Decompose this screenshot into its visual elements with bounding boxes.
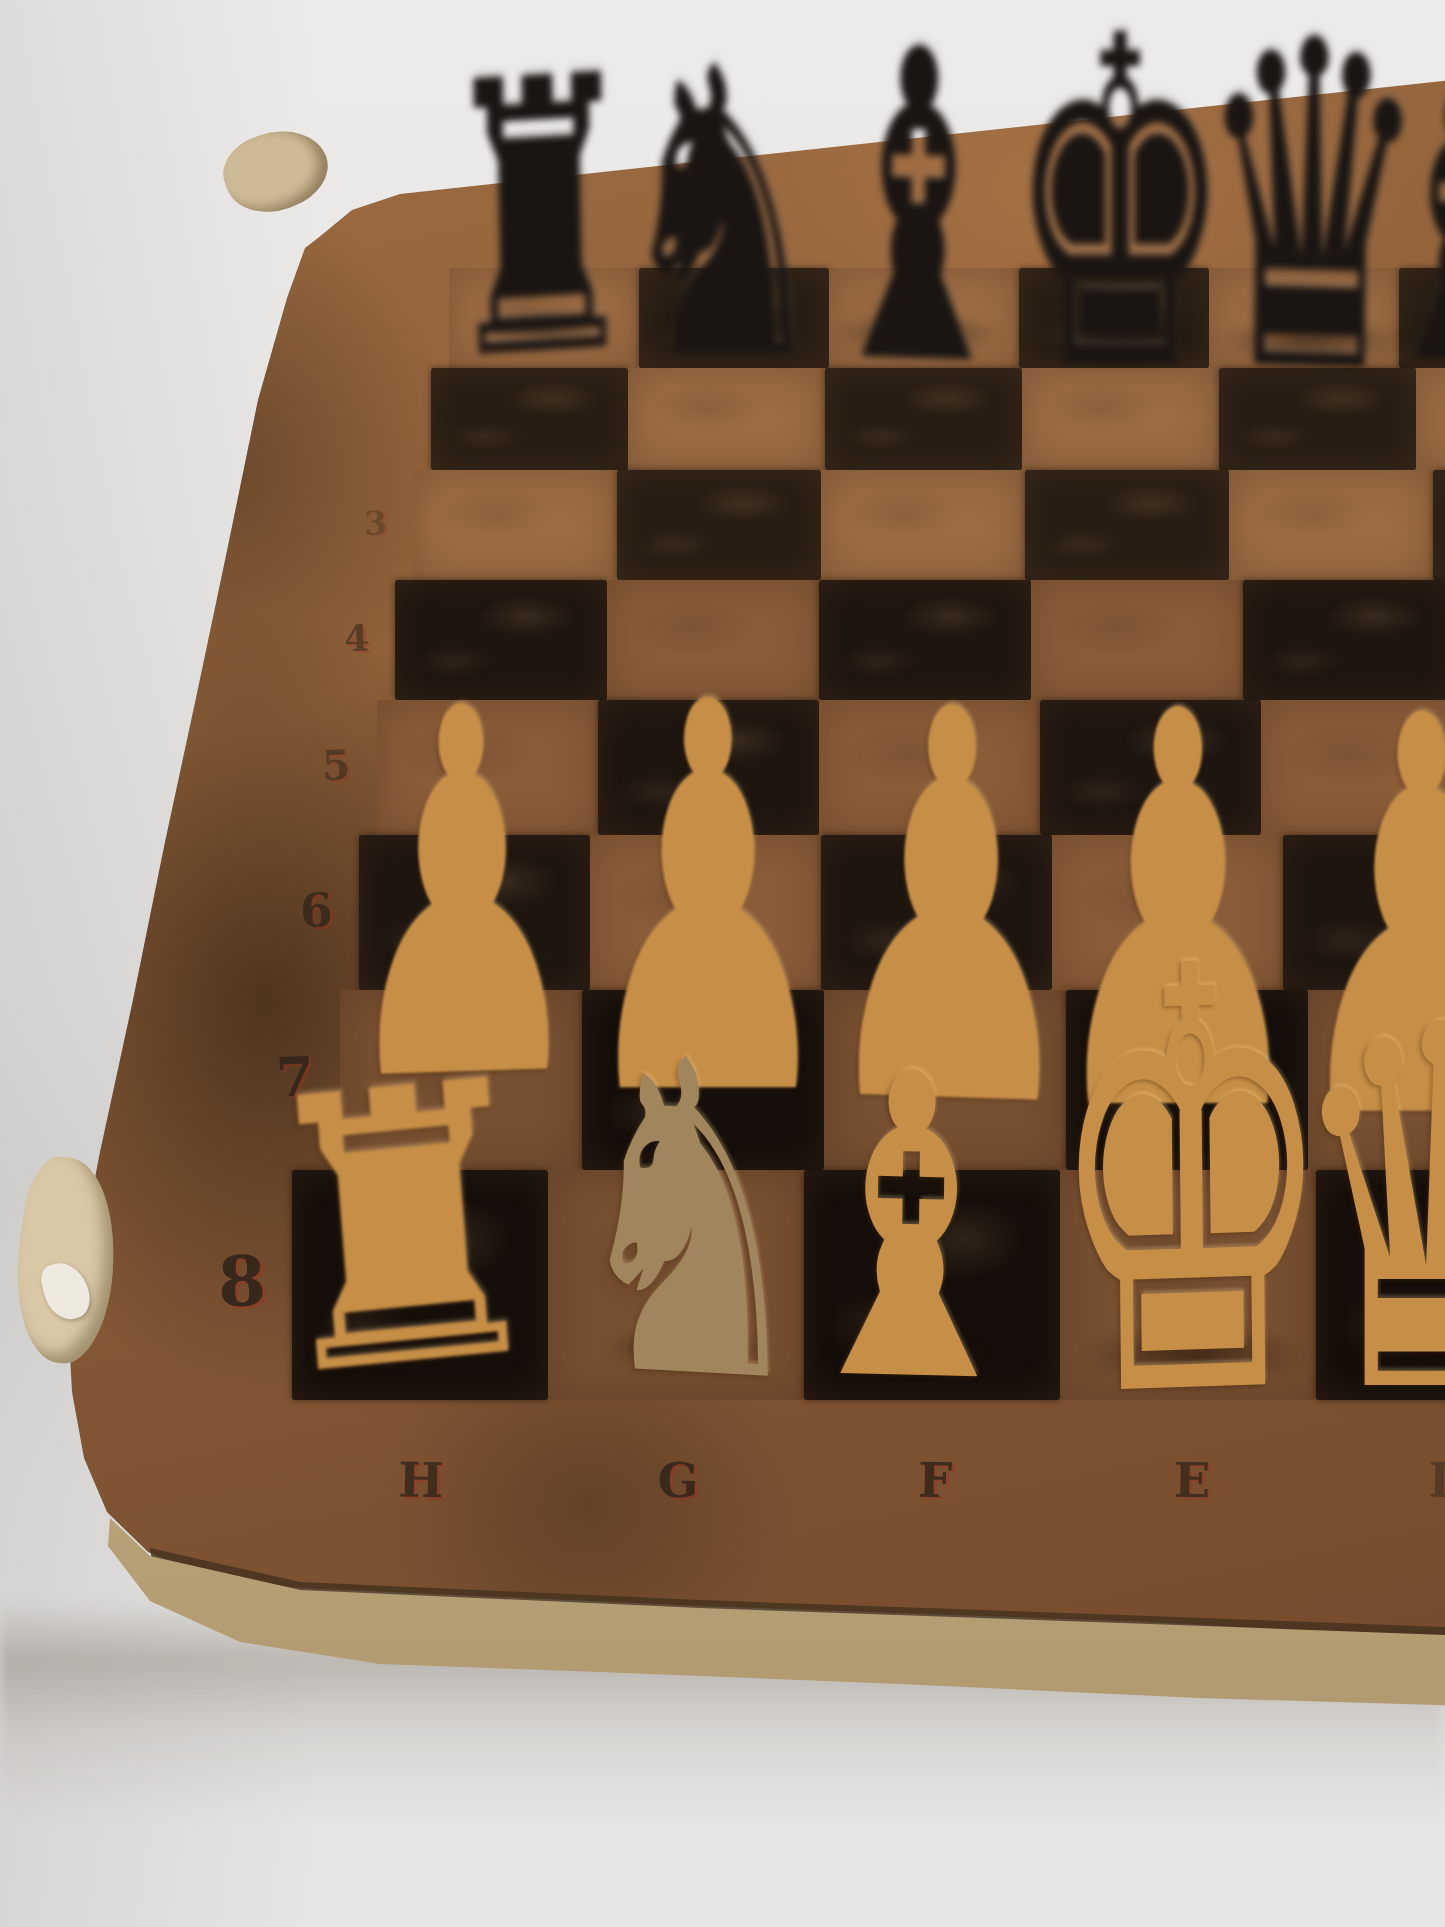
rank-label-3: 3 <box>363 503 387 543</box>
white-queen-glyph: ♛ <box>1283 962 1445 1462</box>
black-queen-glyph: ♛ <box>1193 0 1433 439</box>
square-c3[interactable] <box>1433 470 1445 580</box>
piece-white-queen-d8[interactable]: ♛ <box>1216 962 1445 1462</box>
file-label-h: H <box>397 1451 443 1508</box>
square-f3[interactable] <box>821 470 1025 580</box>
photo-scene: 345678HGFED ♜♞♝♚♛♝♟♟♟♟♟♜♞♝♚♛ <box>0 0 1445 1927</box>
square-g3[interactable] <box>617 470 821 580</box>
piece-black-queen-d1[interactable]: ♛ <box>1107 0 1445 435</box>
square-d3[interactable] <box>1229 470 1433 580</box>
bottom-left-border-corner <box>95 1400 292 1585</box>
left-border-rank-3: 3 <box>272 470 413 580</box>
square-e3[interactable] <box>1025 470 1229 580</box>
square-h3[interactable] <box>413 470 617 580</box>
rank-row-3: 3 <box>272 470 1445 580</box>
